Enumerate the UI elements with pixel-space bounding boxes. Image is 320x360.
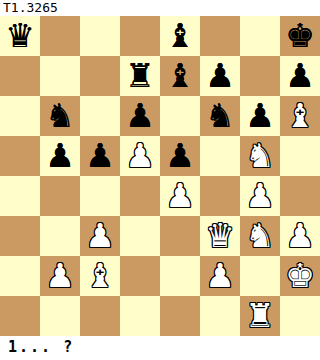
square-f4[interactable] bbox=[200, 176, 240, 216]
square-a7[interactable] bbox=[0, 56, 40, 96]
black-bishop: ♝ bbox=[165, 16, 195, 56]
square-e6[interactable] bbox=[160, 96, 200, 136]
square-d5[interactable]: ♟ bbox=[120, 136, 160, 176]
square-g3[interactable]: ♞ bbox=[240, 216, 280, 256]
chess-app-window: T1.3265 ♛♝♚♜♝♟♟♞♟♞♟♝♟♟♟♟♞♟♟♟♛♞♟♟♝♟♚♜ 1..… bbox=[0, 0, 320, 360]
square-b5[interactable]: ♟ bbox=[40, 136, 80, 176]
square-c7[interactable] bbox=[80, 56, 120, 96]
square-b6[interactable]: ♞ bbox=[40, 96, 80, 136]
square-b3[interactable] bbox=[40, 216, 80, 256]
square-a4[interactable] bbox=[0, 176, 40, 216]
square-c5[interactable]: ♟ bbox=[80, 136, 120, 176]
square-f1[interactable] bbox=[200, 296, 240, 336]
move-prompt: 1... ? bbox=[0, 336, 320, 360]
black-pawn: ♟ bbox=[125, 96, 155, 136]
square-h4[interactable] bbox=[280, 176, 320, 216]
white-knight: ♞ bbox=[245, 216, 275, 256]
white-pawn: ♟ bbox=[165, 176, 195, 216]
square-a2[interactable] bbox=[0, 256, 40, 296]
square-d6[interactable]: ♟ bbox=[120, 96, 160, 136]
chess-board: ♛♝♚♜♝♟♟♞♟♞♟♝♟♟♟♟♞♟♟♟♛♞♟♟♝♟♚♜ bbox=[0, 16, 320, 336]
black-pawn: ♟ bbox=[165, 136, 195, 176]
black-pawn: ♟ bbox=[45, 136, 75, 176]
square-d7[interactable]: ♜ bbox=[120, 56, 160, 96]
square-c2[interactable]: ♝ bbox=[80, 256, 120, 296]
square-b7[interactable] bbox=[40, 56, 80, 96]
black-king: ♚ bbox=[285, 16, 315, 56]
puzzle-id: T1.3265 bbox=[0, 0, 320, 16]
square-g4[interactable]: ♟ bbox=[240, 176, 280, 216]
square-f6[interactable]: ♞ bbox=[200, 96, 240, 136]
square-a6[interactable] bbox=[0, 96, 40, 136]
black-pawn: ♟ bbox=[245, 96, 275, 136]
square-h6[interactable]: ♝ bbox=[280, 96, 320, 136]
white-pawn: ♟ bbox=[125, 136, 155, 176]
square-f2[interactable]: ♟ bbox=[200, 256, 240, 296]
square-h8[interactable]: ♚ bbox=[280, 16, 320, 56]
square-g2[interactable] bbox=[240, 256, 280, 296]
square-d8[interactable] bbox=[120, 16, 160, 56]
square-d4[interactable] bbox=[120, 176, 160, 216]
square-d2[interactable] bbox=[120, 256, 160, 296]
square-c8[interactable] bbox=[80, 16, 120, 56]
square-c4[interactable] bbox=[80, 176, 120, 216]
white-pawn: ♟ bbox=[85, 216, 115, 256]
square-e7[interactable]: ♝ bbox=[160, 56, 200, 96]
square-h1[interactable] bbox=[280, 296, 320, 336]
square-f5[interactable] bbox=[200, 136, 240, 176]
white-pawn: ♟ bbox=[285, 216, 315, 256]
square-f8[interactable] bbox=[200, 16, 240, 56]
square-a1[interactable] bbox=[0, 296, 40, 336]
square-e4[interactable]: ♟ bbox=[160, 176, 200, 216]
white-queen: ♛ bbox=[205, 216, 235, 256]
square-c6[interactable] bbox=[80, 96, 120, 136]
black-rook: ♜ bbox=[125, 56, 155, 96]
square-g8[interactable] bbox=[240, 16, 280, 56]
square-e3[interactable] bbox=[160, 216, 200, 256]
square-c1[interactable] bbox=[80, 296, 120, 336]
black-knight: ♞ bbox=[205, 96, 235, 136]
square-b8[interactable] bbox=[40, 16, 80, 56]
black-bishop: ♝ bbox=[165, 56, 195, 96]
square-e2[interactable] bbox=[160, 256, 200, 296]
square-f7[interactable]: ♟ bbox=[200, 56, 240, 96]
square-c3[interactable]: ♟ bbox=[80, 216, 120, 256]
white-bishop: ♝ bbox=[285, 96, 315, 136]
white-bishop: ♝ bbox=[85, 256, 115, 296]
square-f3[interactable]: ♛ bbox=[200, 216, 240, 256]
square-e1[interactable] bbox=[160, 296, 200, 336]
square-b4[interactable] bbox=[40, 176, 80, 216]
square-a8[interactable]: ♛ bbox=[0, 16, 40, 56]
square-g5[interactable]: ♞ bbox=[240, 136, 280, 176]
square-a3[interactable] bbox=[0, 216, 40, 256]
square-h3[interactable]: ♟ bbox=[280, 216, 320, 256]
black-pawn: ♟ bbox=[205, 56, 235, 96]
white-knight: ♞ bbox=[245, 136, 275, 176]
square-g6[interactable]: ♟ bbox=[240, 96, 280, 136]
square-e8[interactable]: ♝ bbox=[160, 16, 200, 56]
black-pawn: ♟ bbox=[285, 56, 315, 96]
white-king: ♚ bbox=[285, 256, 315, 296]
white-pawn: ♟ bbox=[205, 256, 235, 296]
white-pawn: ♟ bbox=[245, 176, 275, 216]
square-d1[interactable] bbox=[120, 296, 160, 336]
square-h2[interactable]: ♚ bbox=[280, 256, 320, 296]
square-h7[interactable]: ♟ bbox=[280, 56, 320, 96]
white-pawn: ♟ bbox=[45, 256, 75, 296]
square-e5[interactable]: ♟ bbox=[160, 136, 200, 176]
square-b2[interactable]: ♟ bbox=[40, 256, 80, 296]
square-h5[interactable] bbox=[280, 136, 320, 176]
black-pawn: ♟ bbox=[85, 136, 115, 176]
square-b1[interactable] bbox=[40, 296, 80, 336]
black-queen: ♛ bbox=[5, 16, 35, 56]
black-knight: ♞ bbox=[45, 96, 75, 136]
white-rook: ♜ bbox=[245, 296, 275, 336]
square-d3[interactable] bbox=[120, 216, 160, 256]
square-a5[interactable] bbox=[0, 136, 40, 176]
square-g1[interactable]: ♜ bbox=[240, 296, 280, 336]
square-g7[interactable] bbox=[240, 56, 280, 96]
